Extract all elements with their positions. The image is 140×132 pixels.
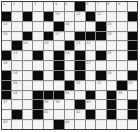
cell-r11c12[interactable] xyxy=(117,100,126,109)
block-r12c11 xyxy=(107,110,116,119)
block-r1c8 xyxy=(75,2,84,11)
block-r4c10 xyxy=(96,32,105,41)
cell-r9c9[interactable] xyxy=(86,81,95,90)
cell-r3c4[interactable] xyxy=(33,22,42,31)
cell-r9c13[interactable]: 33 xyxy=(128,81,137,90)
cell-r9c3[interactable] xyxy=(23,81,32,90)
cell-r1c3[interactable] xyxy=(23,2,32,11)
cell-r6c7[interactable]: 24 xyxy=(65,51,74,60)
cell-r10c13[interactable] xyxy=(128,91,137,100)
block-r8c4 xyxy=(33,71,42,80)
cell-r1c9[interactable]: 6 xyxy=(86,2,95,11)
cell-r7c3[interactable] xyxy=(23,61,32,70)
block-r10c9 xyxy=(86,91,95,100)
clue-number: 31 xyxy=(76,81,80,84)
block-r6c10 xyxy=(96,51,105,60)
block-r13c6 xyxy=(54,120,63,129)
cell-r5c4[interactable] xyxy=(33,41,42,50)
cell-r4c7[interactable] xyxy=(65,32,74,41)
cell-r12c3[interactable] xyxy=(23,110,32,119)
cell-r13c13[interactable] xyxy=(128,120,137,129)
cell-r10c12[interactable]: 36 xyxy=(117,91,126,100)
cell-r2c2[interactable] xyxy=(12,12,21,21)
cell-r3c7[interactable]: 14 xyxy=(65,22,74,31)
block-r9c12 xyxy=(117,81,126,90)
block-r7c8 xyxy=(75,61,84,70)
cell-r2c10[interactable]: 12 xyxy=(96,12,105,21)
clue-number: 3 xyxy=(34,2,36,5)
cell-r13c12[interactable] xyxy=(117,120,126,129)
cell-r8c5[interactable] xyxy=(44,71,53,80)
cell-r5c5[interactable]: 20 xyxy=(44,41,53,50)
block-r10c6 xyxy=(54,91,63,100)
clue-number: 8 xyxy=(107,2,109,5)
clue-number: 19 xyxy=(23,41,27,44)
cell-r1c7[interactable]: 5 xyxy=(65,2,74,11)
clue-number: 33 xyxy=(128,81,132,84)
cell-r10c2[interactable]: 34 xyxy=(12,91,21,100)
block-r8c8 xyxy=(75,71,84,80)
cell-r11c7[interactable] xyxy=(65,100,74,109)
cell-r11c6[interactable]: 39 xyxy=(54,100,63,109)
block-r10c1 xyxy=(2,91,11,100)
clue-number: 28 xyxy=(13,71,17,74)
block-r5c7 xyxy=(65,41,74,50)
clue-number: 35 xyxy=(65,91,69,94)
clue-number: 25 xyxy=(107,51,111,54)
block-r9c7 xyxy=(65,81,74,90)
cell-r13c8[interactable] xyxy=(75,120,84,129)
clue-number: 26 xyxy=(3,61,7,64)
cell-r12c1[interactable] xyxy=(2,110,11,119)
cell-r6c12[interactable] xyxy=(117,51,126,60)
clue-number: 4 xyxy=(55,2,57,5)
cell-r8c7[interactable] xyxy=(65,71,74,80)
cell-r4c2[interactable] xyxy=(12,32,21,41)
cell-r13c11[interactable] xyxy=(107,120,116,129)
cell-r10c8[interactable] xyxy=(75,91,84,100)
cell-r4c1[interactable]: 16 xyxy=(2,32,11,41)
block-r11c11 xyxy=(107,100,116,109)
cell-r2c4[interactable] xyxy=(33,12,42,21)
cell-r13c1[interactable]: 43 xyxy=(2,120,11,129)
cell-r2c11[interactable] xyxy=(107,12,116,21)
block-r2c13 xyxy=(128,12,137,21)
block-r4c8 xyxy=(75,32,84,41)
clue-number: 24 xyxy=(65,51,69,54)
clue-number: 7 xyxy=(97,2,99,5)
cell-r12c12[interactable] xyxy=(117,110,126,119)
cell-r9c4[interactable] xyxy=(33,81,42,90)
block-r2c3 xyxy=(23,12,32,21)
cell-r6c11[interactable]: 25 xyxy=(107,51,116,60)
cell-r5c6[interactable] xyxy=(54,41,63,50)
clue-number: 2 xyxy=(13,2,15,5)
clue-number: 15 xyxy=(107,22,111,25)
clue-number: 41 xyxy=(44,110,48,113)
block-r12c4 xyxy=(33,110,42,119)
cell-r10c10[interactable] xyxy=(96,91,105,100)
clue-number: 22 xyxy=(86,41,90,44)
cell-r2c7[interactable] xyxy=(65,12,74,21)
cell-r2c8[interactable]: 11 xyxy=(75,12,84,21)
cell-r11c9[interactable]: 40 xyxy=(86,100,95,109)
block-r6c1 xyxy=(2,51,11,60)
block-r12c9 xyxy=(86,110,95,119)
cell-r13c10[interactable] xyxy=(96,120,105,129)
block-r8c10 xyxy=(96,71,105,80)
clue-number: 12 xyxy=(97,12,101,15)
clue-number: 36 xyxy=(118,91,122,94)
cell-r13c3[interactable] xyxy=(23,120,32,129)
block-r6c6 xyxy=(54,51,63,60)
block-r11c13 xyxy=(128,100,137,109)
clue-number: 32 xyxy=(97,81,101,84)
clue-number: 27 xyxy=(86,61,90,64)
cell-r11c2[interactable] xyxy=(12,100,21,109)
clue-number: 38 xyxy=(44,100,48,103)
cell-r12c8[interactable]: 42 xyxy=(75,110,84,119)
cell-r1c2[interactable]: 2 xyxy=(12,2,21,11)
block-r4c5 xyxy=(44,32,53,41)
clue-number: 20 xyxy=(44,41,48,44)
cell-r5c1[interactable] xyxy=(2,41,11,50)
block-r6c8 xyxy=(75,51,84,60)
cell-r7c11[interactable] xyxy=(107,61,116,70)
cell-r8c3[interactable] xyxy=(23,71,32,80)
block-r4c9 xyxy=(86,32,95,41)
cell-r13c7[interactable]: 44 xyxy=(65,120,74,129)
cell-r7c12[interactable] xyxy=(117,61,126,70)
cell-r6c3[interactable] xyxy=(23,51,32,60)
block-r4c13 xyxy=(128,32,137,41)
cell-r13c5[interactable] xyxy=(44,120,53,129)
cell-r7c4[interactable] xyxy=(33,61,42,70)
cell-r7c2[interactable] xyxy=(12,61,21,70)
clue-number: 13 xyxy=(3,22,7,25)
crossword-grid: 1234567891011121314151617181920212223242… xyxy=(1,1,138,130)
cell-r12c10[interactable] xyxy=(96,110,105,119)
clue-number: 11 xyxy=(76,12,80,15)
block-r8c13 xyxy=(128,71,137,80)
cell-r9c6[interactable] xyxy=(54,81,63,90)
block-r2c9 xyxy=(86,12,95,21)
cell-r12c5[interactable]: 41 xyxy=(44,110,53,119)
block-r12c2 xyxy=(12,110,21,119)
block-r7c6 xyxy=(54,61,63,70)
clue-number: 17 xyxy=(55,32,59,35)
cell-r7c10[interactable] xyxy=(96,61,105,70)
block-r4c3 xyxy=(23,32,32,41)
cell-r5c3[interactable]: 19 xyxy=(23,41,32,50)
block-r2c1 xyxy=(2,12,11,21)
block-r11c4 xyxy=(33,100,42,109)
cell-r2c12[interactable] xyxy=(117,12,126,21)
clue-number: 37 xyxy=(3,100,7,103)
cell-r8c12[interactable] xyxy=(117,71,126,80)
cell-r3c8[interactable] xyxy=(75,22,84,31)
clue-number: 6 xyxy=(86,2,88,5)
block-r10c11 xyxy=(107,91,116,100)
cell-r3c13[interactable] xyxy=(128,22,137,31)
clue-number: 43 xyxy=(3,120,7,123)
cell-r8c2[interactable]: 28 xyxy=(12,71,21,80)
cell-r4c12[interactable] xyxy=(117,32,126,41)
cell-r3c3[interactable] xyxy=(23,22,32,31)
block-r6c13 xyxy=(128,51,137,60)
cell-r13c4[interactable] xyxy=(33,120,42,129)
cell-r6c5[interactable] xyxy=(44,51,53,60)
block-r5c2 xyxy=(12,41,21,50)
clue-number: 30 xyxy=(13,81,17,84)
cell-r5c8[interactable]: 21 xyxy=(75,41,84,50)
cell-r12c7[interactable] xyxy=(65,110,74,119)
block-r8c6 xyxy=(54,71,63,80)
cell-r12c6[interactable] xyxy=(54,110,63,119)
cell-r9c5[interactable] xyxy=(44,81,53,90)
clue-number: 40 xyxy=(86,100,90,103)
block-r11c8 xyxy=(75,100,84,109)
cell-r1c1[interactable]: 1 xyxy=(2,2,11,11)
cell-r7c9[interactable]: 27 xyxy=(86,61,95,70)
cell-r10c7[interactable]: 35 xyxy=(65,91,74,100)
cell-r13c9[interactable] xyxy=(86,120,95,129)
cell-r1c12[interactable]: 9 xyxy=(117,2,126,11)
cell-r4c11[interactable]: 18 xyxy=(107,32,116,41)
cell-r4c4[interactable] xyxy=(33,32,42,41)
block-r10c4 xyxy=(33,91,42,100)
cell-r11c3[interactable] xyxy=(23,100,32,109)
cell-r8c11[interactable]: 29 xyxy=(107,71,116,80)
cell-r6c2[interactable]: 23 xyxy=(12,51,21,60)
cell-r1c13[interactable] xyxy=(128,2,137,11)
cell-r9c8[interactable]: 31 xyxy=(75,81,84,90)
cell-r7c5[interactable] xyxy=(44,61,53,70)
clue-number: 18 xyxy=(107,32,111,35)
cell-r3c12[interactable] xyxy=(117,22,126,31)
cell-r9c10[interactable]: 32 xyxy=(96,81,105,90)
block-r12c13 xyxy=(128,110,137,119)
clue-number: 34 xyxy=(13,91,17,94)
block-r6c4 xyxy=(33,51,42,60)
cell-r4c6[interactable]: 17 xyxy=(54,32,63,41)
cell-r3c2[interactable] xyxy=(12,22,21,31)
cell-r10c3[interactable] xyxy=(23,91,32,100)
cell-r1c4[interactable]: 3 xyxy=(33,2,42,11)
clue-number: 10 xyxy=(55,12,59,15)
clue-number: 9 xyxy=(118,2,120,5)
cell-r11c5[interactable]: 38 xyxy=(44,100,53,109)
cell-r5c11[interactable] xyxy=(107,41,116,50)
cell-r1c5[interactable] xyxy=(44,2,53,11)
cell-r9c2[interactable]: 30 xyxy=(12,81,21,90)
cell-r3c5[interactable] xyxy=(44,22,53,31)
clue-number: 44 xyxy=(65,120,69,123)
cell-r3c11[interactable]: 15 xyxy=(107,22,116,31)
clue-number: 16 xyxy=(3,32,7,35)
block-r3c6 xyxy=(54,22,63,31)
block-r5c13 xyxy=(128,41,137,50)
cell-r5c9[interactable]: 22 xyxy=(86,41,95,50)
cell-r5c12[interactable] xyxy=(117,41,126,50)
cell-r13c2[interactable] xyxy=(12,120,21,129)
cell-r1c10[interactable]: 7 xyxy=(96,2,105,11)
cell-r3c9[interactable] xyxy=(86,22,95,31)
cell-r11c10[interactable] xyxy=(96,100,105,109)
cell-r5c10[interactable] xyxy=(96,41,105,50)
block-r8c1 xyxy=(2,71,11,80)
cell-r6c9[interactable] xyxy=(86,51,95,60)
cell-r1c6[interactable]: 4 xyxy=(54,2,63,11)
block-r10c5 xyxy=(44,91,53,100)
block-r9c1 xyxy=(2,81,11,90)
clue-number: 39 xyxy=(55,100,59,103)
cell-r1c11[interactable]: 8 xyxy=(107,2,116,11)
block-r3c10 xyxy=(96,22,105,31)
clue-number: 23 xyxy=(13,51,17,54)
cell-r11c1[interactable]: 37 xyxy=(2,100,11,109)
cell-r2c6[interactable]: 10 xyxy=(54,12,63,21)
cell-r3c1[interactable]: 13 xyxy=(2,22,11,31)
clue-number: 5 xyxy=(65,2,67,5)
block-r2c5 xyxy=(44,12,53,21)
cell-r9c11[interactable] xyxy=(107,81,116,90)
clue-number: 21 xyxy=(76,41,80,44)
cell-r7c13[interactable] xyxy=(128,61,137,70)
clue-number: 42 xyxy=(76,110,80,113)
cell-r8c9[interactable] xyxy=(86,71,95,80)
clue-number: 29 xyxy=(107,71,111,74)
clue-number: 14 xyxy=(65,22,69,25)
clue-number: 1 xyxy=(3,2,5,5)
cell-r7c7[interactable] xyxy=(65,61,74,70)
cell-r7c1[interactable]: 26 xyxy=(2,61,11,70)
